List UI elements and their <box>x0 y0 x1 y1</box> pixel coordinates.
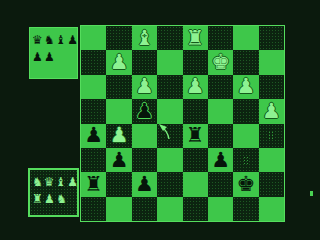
square-b1[interactable] <box>106 197 131 221</box>
square-e2[interactable] <box>183 172 208 196</box>
square-c6[interactable]: ♟ <box>132 75 157 99</box>
captured-white-b-icon: ♝ <box>56 176 67 188</box>
square-d5[interactable] <box>157 99 182 123</box>
square-h3[interactable] <box>259 148 284 172</box>
square-h4[interactable] <box>259 124 284 148</box>
square-a2[interactable]: ♜ <box>81 172 106 196</box>
square-h8[interactable] <box>259 26 284 50</box>
captured-white-n-icon: ♞ <box>32 176 43 188</box>
mouse-cursor-icon <box>158 123 176 143</box>
square-d6[interactable] <box>157 75 182 99</box>
square-b7[interactable]: ♟ <box>106 50 131 74</box>
captured-white-q-icon: ♛ <box>44 176 55 188</box>
piece-white-p-g6: ♟ <box>237 76 256 97</box>
captured-white-n-icon: ♞ <box>56 193 67 205</box>
captured-black-pieces-tray: ♛♞♝♟♟♟ <box>29 27 78 79</box>
square-a1[interactable] <box>81 197 106 221</box>
piece-black-p-f3: ♟ <box>211 150 230 171</box>
square-c5[interactable]: ♟ <box>132 99 157 123</box>
square-g4[interactable] <box>233 124 258 148</box>
move-hint-dots-g3 <box>243 156 249 165</box>
square-a3[interactable] <box>81 148 106 172</box>
square-h7[interactable] <box>259 50 284 74</box>
square-c3[interactable] <box>132 148 157 172</box>
square-d3[interactable] <box>157 148 182 172</box>
square-e1[interactable] <box>183 197 208 221</box>
square-b5[interactable] <box>106 99 131 123</box>
square-f4[interactable] <box>208 124 233 148</box>
piece-white-p-b4: ♟ <box>110 125 129 146</box>
piece-white-p-h5: ♟ <box>262 101 281 122</box>
square-e6[interactable]: ♟ <box>183 75 208 99</box>
captured-black-b-icon: ♝ <box>56 34 67 46</box>
square-e4[interactable]: ♜ <box>183 124 208 148</box>
square-c4[interactable] <box>132 124 157 148</box>
captured-white-r-icon: ♜ <box>32 193 43 205</box>
square-g6[interactable]: ♟ <box>233 75 258 99</box>
square-g3[interactable] <box>233 148 258 172</box>
chess-app-screen: ♛♞♝♟♟♟ ♝♜♟♚♟♟♟♟♟♟♟♜♟♟♜♟♚ ♞♛♝♟♜♟♞ <box>0 0 320 240</box>
square-g7[interactable] <box>233 50 258 74</box>
square-e7[interactable] <box>183 50 208 74</box>
square-g5[interactable] <box>233 99 258 123</box>
square-b6[interactable] <box>106 75 131 99</box>
square-f6[interactable] <box>208 75 233 99</box>
piece-black-r-e4: ♜ <box>186 125 205 146</box>
captured-black-q-icon: ♛ <box>32 34 43 46</box>
piece-white-b-c8: ♝ <box>135 28 154 49</box>
piece-white-p-b7: ♟ <box>110 52 129 73</box>
square-b4[interactable]: ♟ <box>106 124 131 148</box>
move-hint-dots-h4 <box>268 131 274 140</box>
square-b8[interactable] <box>106 26 131 50</box>
captured-white-p-icon: ♟ <box>44 193 55 205</box>
square-a4[interactable]: ♟ <box>81 124 106 148</box>
square-a5[interactable] <box>81 99 106 123</box>
square-c7[interactable] <box>132 50 157 74</box>
square-f3[interactable]: ♟ <box>208 148 233 172</box>
square-g8[interactable] <box>233 26 258 50</box>
piece-black-p-b3: ♟ <box>110 150 129 171</box>
square-f8[interactable] <box>208 26 233 50</box>
square-c1[interactable] <box>132 197 157 221</box>
captured-white-pieces-tray: ♞♛♝♟♜♟♞ <box>28 168 79 217</box>
piece-black-r-a2: ♜ <box>84 174 103 195</box>
square-e3[interactable] <box>183 148 208 172</box>
square-f1[interactable] <box>208 197 233 221</box>
square-d7[interactable] <box>157 50 182 74</box>
square-f5[interactable] <box>208 99 233 123</box>
square-c8[interactable]: ♝ <box>132 26 157 50</box>
square-b2[interactable] <box>106 172 131 196</box>
square-f2[interactable] <box>208 172 233 196</box>
captured-black-p-icon: ♟ <box>44 51 55 63</box>
stray-pixel-dot <box>310 191 313 196</box>
square-e5[interactable] <box>183 99 208 123</box>
chess-board: ♝♜♟♚♟♟♟♟♟♟♟♜♟♟♜♟♚ <box>80 25 285 222</box>
square-e8[interactable]: ♜ <box>183 26 208 50</box>
piece-white-r-e8: ♜ <box>186 28 205 49</box>
square-f7[interactable]: ♚ <box>208 50 233 74</box>
square-h5[interactable]: ♟ <box>259 99 284 123</box>
square-c2[interactable]: ♟ <box>132 172 157 196</box>
square-h6[interactable] <box>259 75 284 99</box>
piece-black-p-a4: ♟ <box>84 125 103 146</box>
square-h1[interactable] <box>259 197 284 221</box>
square-a6[interactable] <box>81 75 106 99</box>
captured-black-p-icon: ♟ <box>32 51 43 63</box>
square-g1[interactable] <box>233 197 258 221</box>
captured-black-p-icon: ♟ <box>67 34 78 46</box>
square-d2[interactable] <box>157 172 182 196</box>
piece-black-p-c5: ♟ <box>135 101 154 122</box>
square-d1[interactable] <box>157 197 182 221</box>
square-b3[interactable]: ♟ <box>106 148 131 172</box>
captured-white-p-icon: ♟ <box>67 176 78 188</box>
square-g2[interactable]: ♚ <box>233 172 258 196</box>
square-a8[interactable] <box>81 26 106 50</box>
piece-black-k-g2: ♚ <box>237 174 256 195</box>
square-d8[interactable] <box>157 26 182 50</box>
captured-black-n-icon: ♞ <box>44 34 55 46</box>
square-a7[interactable] <box>81 50 106 74</box>
square-h2[interactable] <box>259 172 284 196</box>
piece-black-p-c2: ♟ <box>135 174 154 195</box>
piece-white-p-e6: ♟ <box>186 76 205 97</box>
piece-white-k-f7: ♚ <box>211 52 230 73</box>
piece-white-p-c6: ♟ <box>135 76 154 97</box>
